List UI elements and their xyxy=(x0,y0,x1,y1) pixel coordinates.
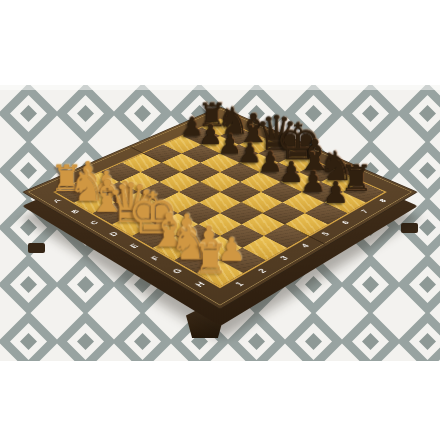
top-white-band xyxy=(0,0,440,85)
chessboard: ♜♞♝♛♚♝♞♜♟♟♟♟♟♟♟♟♟♟♟♟♟♟♟♟♜♞♝♛♚♝♞♜ ABCDEFG… xyxy=(22,107,418,310)
white-rook-h1[interactable]: ♜ xyxy=(192,239,225,280)
bottom-white-band xyxy=(0,361,440,446)
photo-card: ♜♞♝♛♚♝♞♜♟♟♟♟♟♟♟♟♟♟♟♟♟♟♟♟♜♞♝♛♚♝♞♜ ABCDEFG… xyxy=(0,0,440,446)
board-foot-left xyxy=(28,243,45,253)
photo-area: ♜♞♝♛♚♝♞♜♟♟♟♟♟♟♟♟♟♟♟♟♟♟♟♟♜♞♝♛♚♝♞♜ ABCDEFG… xyxy=(0,85,440,361)
chessboard-scene: ♜♞♝♛♚♝♞♜♟♟♟♟♟♟♟♟♟♟♟♟♟♟♟♟♜♞♝♛♚♝♞♜ ABCDEFG… xyxy=(80,85,360,332)
square-e4[interactable] xyxy=(199,192,241,213)
black-pawn-h7[interactable]: ♟ xyxy=(321,178,351,208)
